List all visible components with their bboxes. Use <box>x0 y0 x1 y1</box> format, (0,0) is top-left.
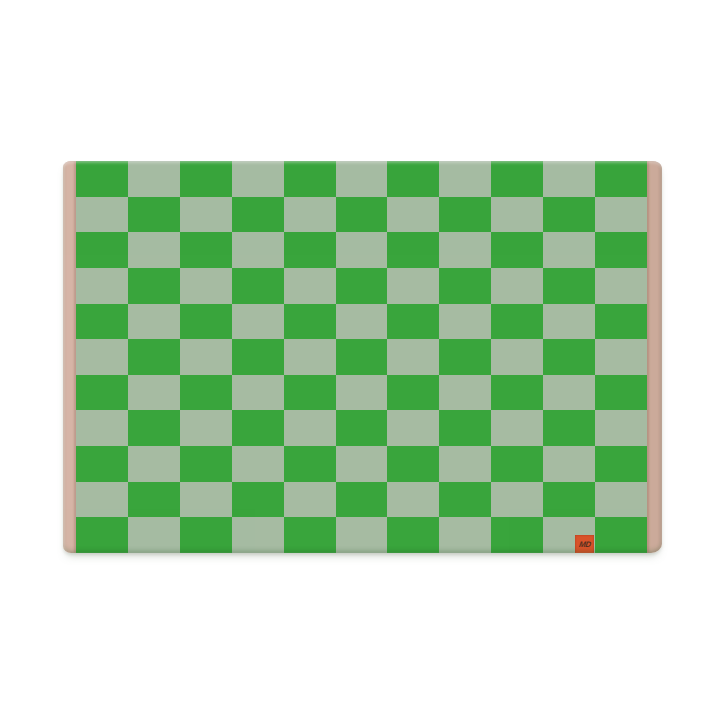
board-cell-r10c10 <box>543 482 595 518</box>
board-cell-r6c4 <box>232 339 284 375</box>
board-cell-r3c4 <box>232 232 284 268</box>
product-photo: MD <box>0 0 720 720</box>
board-cell-r2c5 <box>284 197 336 233</box>
board-cell-r5c2 <box>128 304 180 340</box>
board-cell-r5c1 <box>76 304 128 340</box>
board-cell-r6c3 <box>180 339 232 375</box>
board-cell-r11c9 <box>491 517 543 553</box>
board-cell-r3c3 <box>180 232 232 268</box>
board-cell-r11c11 <box>595 517 647 553</box>
board-cell-r4c6 <box>336 268 388 304</box>
board-cell-r6c9 <box>491 339 543 375</box>
board-cell-r4c8 <box>439 268 491 304</box>
board-cell-r7c7 <box>387 375 439 411</box>
board-cell-r10c2 <box>128 482 180 518</box>
board-cell-r4c5 <box>284 268 336 304</box>
left-selvedge-band <box>63 161 76 553</box>
board-cell-r6c5 <box>284 339 336 375</box>
board-cell-r4c1 <box>76 268 128 304</box>
board-cell-r3c5 <box>284 232 336 268</box>
board-cell-r5c5 <box>284 304 336 340</box>
board-cell-r8c10 <box>543 410 595 446</box>
right-selvedge-band <box>647 161 662 553</box>
board-cell-r1c5 <box>284 161 336 197</box>
brand-monogram: MD <box>578 541 591 549</box>
board-cell-r5c8 <box>439 304 491 340</box>
board-cell-r9c7 <box>387 446 439 482</box>
board-cell-r3c2 <box>128 232 180 268</box>
board-cell-r8c1 <box>76 410 128 446</box>
board-cell-r5c10 <box>543 304 595 340</box>
board-cell-r9c1 <box>76 446 128 482</box>
board-cell-r2c6 <box>336 197 388 233</box>
board-cell-r6c2 <box>128 339 180 375</box>
board-cell-r9c11 <box>595 446 647 482</box>
board-cell-r5c3 <box>180 304 232 340</box>
board-cell-r7c3 <box>180 375 232 411</box>
board-cell-r7c11 <box>595 375 647 411</box>
board-cell-r4c10 <box>543 268 595 304</box>
checkered-towel: MD <box>63 161 662 553</box>
board-cell-r3c11 <box>595 232 647 268</box>
board-cell-r8c2 <box>128 410 180 446</box>
board-cell-r4c7 <box>387 268 439 304</box>
board-cell-r7c10 <box>543 375 595 411</box>
board-cell-r7c9 <box>491 375 543 411</box>
board-cell-r6c7 <box>387 339 439 375</box>
board-cell-r10c6 <box>336 482 388 518</box>
board-cell-r1c4 <box>232 161 284 197</box>
board-cell-r10c3 <box>180 482 232 518</box>
board-cell-r6c8 <box>439 339 491 375</box>
board-cell-r1c11 <box>595 161 647 197</box>
board-cell-r9c8 <box>439 446 491 482</box>
board-cell-r8c8 <box>439 410 491 446</box>
board-cell-r6c1 <box>76 339 128 375</box>
board-cell-r3c10 <box>543 232 595 268</box>
checker-grid <box>76 161 647 553</box>
brand-tag: MD <box>575 535 594 553</box>
board-cell-r10c4 <box>232 482 284 518</box>
board-cell-r7c6 <box>336 375 388 411</box>
board-cell-r1c10 <box>543 161 595 197</box>
board-cell-r8c11 <box>595 410 647 446</box>
board-cell-r2c11 <box>595 197 647 233</box>
board-cell-r1c7 <box>387 161 439 197</box>
board-cell-r1c3 <box>180 161 232 197</box>
board-cell-r5c9 <box>491 304 543 340</box>
board-cell-r2c8 <box>439 197 491 233</box>
board-cell-r11c2 <box>128 517 180 553</box>
board-cell-r9c2 <box>128 446 180 482</box>
board-cell-r6c10 <box>543 339 595 375</box>
board-cell-r3c7 <box>387 232 439 268</box>
board-cell-r11c5 <box>284 517 336 553</box>
board-cell-r1c6 <box>336 161 388 197</box>
board-cell-r7c1 <box>76 375 128 411</box>
board-cell-r5c4 <box>232 304 284 340</box>
board-cell-r10c7 <box>387 482 439 518</box>
board-cell-r10c9 <box>491 482 543 518</box>
board-cell-r9c6 <box>336 446 388 482</box>
board-cell-r8c5 <box>284 410 336 446</box>
board-cell-r2c1 <box>76 197 128 233</box>
board-cell-r11c4 <box>232 517 284 553</box>
board-cell-r3c6 <box>336 232 388 268</box>
board-cell-r7c2 <box>128 375 180 411</box>
board-cell-r10c11 <box>595 482 647 518</box>
board-cell-r11c1 <box>76 517 128 553</box>
board-cell-r2c9 <box>491 197 543 233</box>
board-cell-r4c3 <box>180 268 232 304</box>
board-cell-r11c6 <box>336 517 388 553</box>
board-cell-r4c9 <box>491 268 543 304</box>
board-cell-r5c11 <box>595 304 647 340</box>
board-cell-r11c8 <box>439 517 491 553</box>
board-cell-r6c11 <box>595 339 647 375</box>
board-cell-r2c4 <box>232 197 284 233</box>
board-cell-r8c9 <box>491 410 543 446</box>
board-cell-r9c9 <box>491 446 543 482</box>
board-cell-r9c3 <box>180 446 232 482</box>
board-cell-r4c11 <box>595 268 647 304</box>
board-cell-r7c8 <box>439 375 491 411</box>
board-cell-r11c7 <box>387 517 439 553</box>
board-cell-r2c3 <box>180 197 232 233</box>
board-cell-r9c5 <box>284 446 336 482</box>
board-cell-r10c1 <box>76 482 128 518</box>
board-cell-r1c1 <box>76 161 128 197</box>
board-cell-r4c4 <box>232 268 284 304</box>
board-cell-r11c3 <box>180 517 232 553</box>
board-cell-r9c4 <box>232 446 284 482</box>
board-cell-r8c7 <box>387 410 439 446</box>
board-cell-r1c2 <box>128 161 180 197</box>
board-cell-r9c10 <box>543 446 595 482</box>
board-cell-r7c4 <box>232 375 284 411</box>
board-cell-r2c2 <box>128 197 180 233</box>
board-cell-r1c8 <box>439 161 491 197</box>
board-cell-r8c4 <box>232 410 284 446</box>
board-cell-r5c7 <box>387 304 439 340</box>
board-cell-r7c5 <box>284 375 336 411</box>
board-cell-r4c2 <box>128 268 180 304</box>
board-cell-r8c3 <box>180 410 232 446</box>
board-cell-r5c6 <box>336 304 388 340</box>
board-cell-r2c7 <box>387 197 439 233</box>
board-cell-r10c5 <box>284 482 336 518</box>
board-cell-r10c8 <box>439 482 491 518</box>
board-cell-r1c9 <box>491 161 543 197</box>
board-cell-r3c8 <box>439 232 491 268</box>
board-cell-r8c6 <box>336 410 388 446</box>
board-cell-r3c1 <box>76 232 128 268</box>
board-cell-r2c10 <box>543 197 595 233</box>
board-cell-r3c9 <box>491 232 543 268</box>
board-cell-r6c6 <box>336 339 388 375</box>
